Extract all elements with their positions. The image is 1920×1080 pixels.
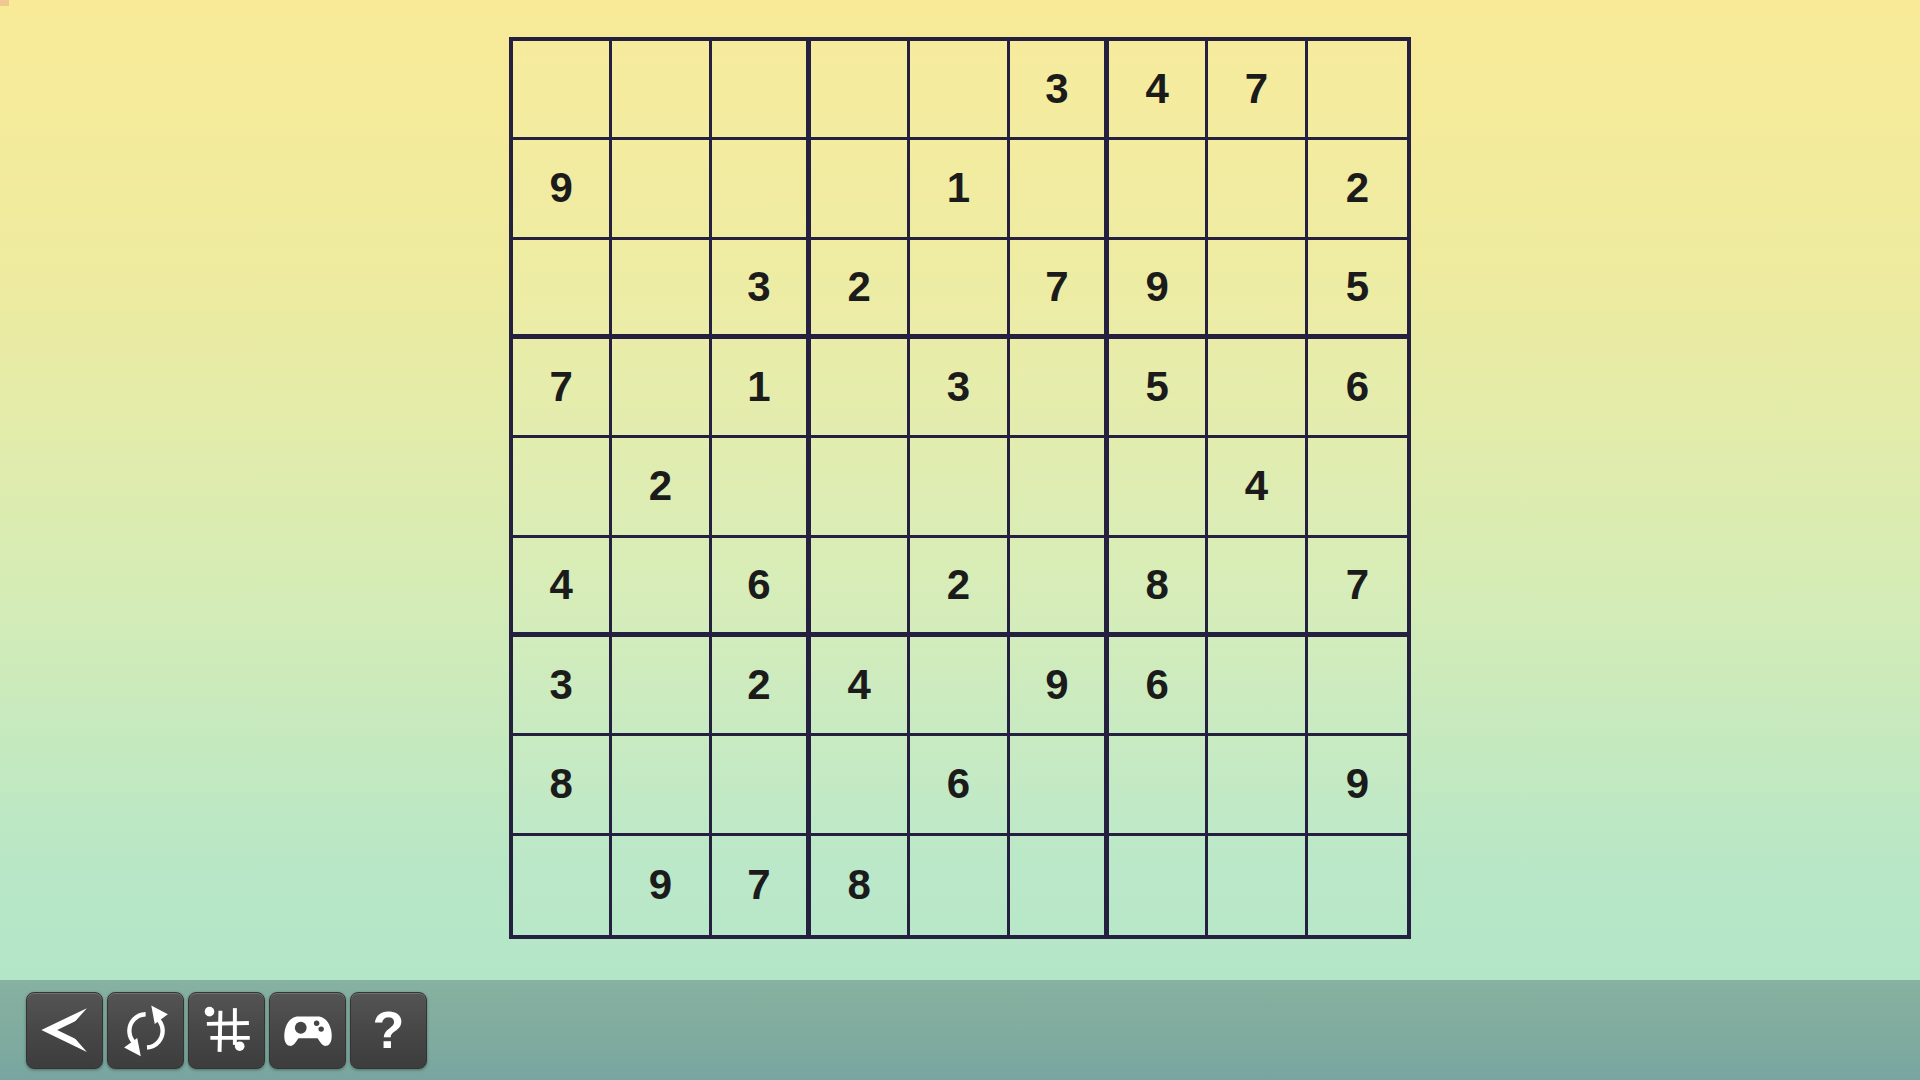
cell-r7c9[interactable] [1308,637,1407,736]
cell-r1c4[interactable] [811,41,910,140]
cell-r9c3[interactable]: 7 [712,836,811,935]
cell-r2c3[interactable] [712,140,811,239]
cell-r5c2[interactable]: 2 [612,438,711,537]
cell-r8c5[interactable]: 6 [910,736,1009,835]
cell-r2c4[interactable] [811,140,910,239]
cell-r7c7[interactable]: 6 [1109,637,1208,736]
cell-r7c2[interactable] [612,637,711,736]
cell-r5c7[interactable] [1109,438,1208,537]
cell-r8c9[interactable]: 9 [1308,736,1407,835]
cell-r3c9[interactable]: 5 [1308,240,1407,339]
cell-r9c9[interactable] [1308,836,1407,935]
cell-r2c9[interactable]: 2 [1308,140,1407,239]
cell-r9c4[interactable]: 8 [811,836,910,935]
back-arrow-icon [37,1002,93,1058]
cell-r3c1[interactable] [513,240,612,339]
cell-r9c6[interactable] [1010,836,1109,935]
cell-r1c1[interactable] [513,41,612,140]
cell-r1c2[interactable] [612,41,711,140]
cell-r5c4[interactable] [811,438,910,537]
cell-r8c6[interactable] [1010,736,1109,835]
cell-r2c5[interactable]: 1 [910,140,1009,239]
cell-r7c6[interactable]: 9 [1010,637,1109,736]
cell-r4c7[interactable]: 5 [1109,339,1208,438]
cell-r7c3[interactable]: 2 [712,637,811,736]
cell-r4c5[interactable]: 3 [910,339,1009,438]
cell-r2c6[interactable] [1010,140,1109,239]
cell-r5c6[interactable] [1010,438,1109,537]
cell-r6c8[interactable] [1208,538,1307,637]
cell-r9c8[interactable] [1208,836,1307,935]
cell-r5c8[interactable]: 4 [1208,438,1307,537]
cell-r8c2[interactable] [612,736,711,835]
cell-r6c4[interactable] [811,538,910,637]
cell-r4c2[interactable] [612,339,711,438]
restart-button[interactable] [107,992,184,1069]
cell-r6c2[interactable] [612,538,711,637]
corner-artifact [0,0,9,6]
cell-r1c6[interactable]: 3 [1010,41,1109,140]
cell-r5c3[interactable] [712,438,811,537]
cell-r9c2[interactable]: 9 [612,836,711,935]
cell-r3c4[interactable]: 2 [811,240,910,339]
cell-r6c9[interactable]: 7 [1308,538,1407,637]
cell-r4c1[interactable]: 7 [513,339,612,438]
cell-r7c8[interactable] [1208,637,1307,736]
cell-r2c2[interactable] [612,140,711,239]
cell-r8c3[interactable] [712,736,811,835]
cell-r1c3[interactable] [712,41,811,140]
cell-r3c5[interactable] [910,240,1009,339]
cell-r4c3[interactable]: 1 [712,339,811,438]
cell-r3c8[interactable] [1208,240,1307,339]
question-mark-icon: ? [373,1004,405,1056]
cell-r3c7[interactable]: 9 [1109,240,1208,339]
cell-r6c3[interactable]: 6 [712,538,811,637]
game-controls-button[interactable] [269,992,346,1069]
cell-r1c8[interactable]: 7 [1208,41,1307,140]
cell-r1c7[interactable]: 4 [1109,41,1208,140]
cell-r5c9[interactable] [1308,438,1407,537]
cell-r2c1[interactable]: 9 [513,140,612,239]
cell-r9c7[interactable] [1109,836,1208,935]
cell-r7c5[interactable] [910,637,1009,736]
cell-r8c4[interactable] [811,736,910,835]
sudoku-board: 3479123279571356244628732496869978 [509,37,1411,939]
grid-options-button[interactable] [188,992,265,1069]
cell-r3c2[interactable] [612,240,711,339]
cell-r1c5[interactable] [910,41,1009,140]
cell-r4c4[interactable] [811,339,910,438]
cell-r1c9[interactable] [1308,41,1407,140]
cell-r6c5[interactable]: 2 [910,538,1009,637]
cell-r8c8[interactable] [1208,736,1307,835]
back-button[interactable] [26,992,103,1069]
help-button[interactable]: ? [350,992,427,1069]
toolbar: ? [0,980,1920,1080]
cell-r4c8[interactable] [1208,339,1307,438]
refresh-icon [118,1002,174,1058]
cell-r3c3[interactable]: 3 [712,240,811,339]
cell-r4c6[interactable] [1010,339,1109,438]
cell-r6c1[interactable]: 4 [513,538,612,637]
cell-r9c1[interactable] [513,836,612,935]
cell-r5c5[interactable] [910,438,1009,537]
cell-r7c1[interactable]: 3 [513,637,612,736]
cell-r3c6[interactable]: 7 [1010,240,1109,339]
gamepad-icon [279,1001,337,1059]
cell-r8c7[interactable] [1109,736,1208,835]
cell-r9c5[interactable] [910,836,1009,935]
cell-r7c4[interactable]: 4 [811,637,910,736]
cell-r8c1[interactable]: 8 [513,736,612,835]
cell-r6c7[interactable]: 8 [1109,538,1208,637]
cell-r6c6[interactable] [1010,538,1109,637]
cell-r5c1[interactable] [513,438,612,537]
cell-r2c7[interactable] [1109,140,1208,239]
cell-r4c9[interactable]: 6 [1308,339,1407,438]
sudoku-grid-icon [199,1002,255,1058]
cell-r2c8[interactable] [1208,140,1307,239]
